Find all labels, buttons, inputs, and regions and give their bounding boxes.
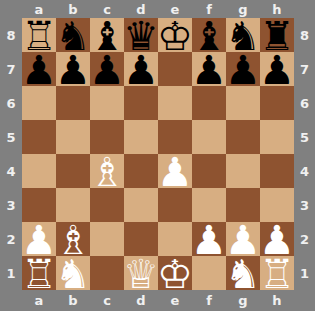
white-queen-d1[interactable]: ♕ <box>123 254 159 294</box>
square-d1[interactable]: ♕ <box>124 256 158 290</box>
rank-label-2: 2 <box>294 222 315 256</box>
rank-label-1: 1 <box>294 256 315 290</box>
square-d5[interactable] <box>124 120 158 154</box>
rank-label-2: 2 <box>0 222 22 256</box>
white-pawn-e4[interactable]: ♟ <box>157 152 193 192</box>
square-f5[interactable] <box>192 120 226 154</box>
black-pawn-b7[interactable]: ♟ <box>55 50 91 90</box>
square-e1[interactable]: ♔ <box>158 256 192 290</box>
rank-label-4: 4 <box>0 154 22 188</box>
rank-label-5: 5 <box>294 120 315 154</box>
black-king-e8[interactable]: ♔ <box>157 16 193 56</box>
square-c7[interactable]: ♟ <box>90 52 124 86</box>
square-g7[interactable]: ♟ <box>226 52 260 86</box>
square-e4[interactable]: ♟ <box>158 154 192 188</box>
square-c1[interactable] <box>90 256 124 290</box>
file-label-d: d <box>124 290 158 311</box>
black-pawn-f7[interactable]: ♟ <box>191 50 227 90</box>
chess-board-frame: abcdefgh 87654321 ♖♞♝♛♔♝♞♜♟♟♟♟♟♟♟♗♟♟♗♟♟♟… <box>0 0 315 311</box>
square-b5[interactable] <box>56 120 90 154</box>
rank-label-7: 7 <box>294 52 315 86</box>
rank-labels-right: 87654321 <box>294 18 315 290</box>
square-h1[interactable]: ♖ <box>260 256 294 290</box>
square-c2[interactable] <box>90 222 124 256</box>
square-a7[interactable]: ♟ <box>22 52 56 86</box>
square-a1[interactable]: ♖ <box>22 256 56 290</box>
square-e6[interactable] <box>158 86 192 120</box>
rank-label-8: 8 <box>294 18 315 52</box>
square-d3[interactable] <box>124 188 158 222</box>
square-f2[interactable]: ♟ <box>192 222 226 256</box>
white-rook-h1[interactable]: ♖ <box>259 254 295 294</box>
rank-label-3: 3 <box>294 188 315 222</box>
rank-label-6: 6 <box>294 86 315 120</box>
white-knight-g1[interactable]: ♞ <box>225 254 261 294</box>
square-b1[interactable]: ♞ <box>56 256 90 290</box>
square-e8[interactable]: ♔ <box>158 18 192 52</box>
rank-label-3: 3 <box>0 188 22 222</box>
rank-label-1: 1 <box>0 256 22 290</box>
square-c4[interactable]: ♗ <box>90 154 124 188</box>
rank-label-4: 4 <box>294 154 315 188</box>
black-pawn-a7[interactable]: ♟ <box>21 50 57 90</box>
file-label-a: a <box>22 290 56 311</box>
square-b7[interactable]: ♟ <box>56 52 90 86</box>
chess-board: ♖♞♝♛♔♝♞♜♟♟♟♟♟♟♟♗♟♟♗♟♟♟♖♞♕♔♞♖ <box>22 18 294 290</box>
square-h5[interactable] <box>260 120 294 154</box>
rank-labels-left: 87654321 <box>0 18 22 290</box>
square-g5[interactable] <box>226 120 260 154</box>
file-label-b: b <box>56 290 90 311</box>
white-rook-a1[interactable]: ♖ <box>21 254 57 294</box>
black-pawn-h7[interactable]: ♟ <box>259 50 295 90</box>
file-label-e: e <box>158 290 192 311</box>
square-b4[interactable] <box>56 154 90 188</box>
square-h4[interactable] <box>260 154 294 188</box>
rank-label-7: 7 <box>0 52 22 86</box>
square-f4[interactable] <box>192 154 226 188</box>
square-f7[interactable]: ♟ <box>192 52 226 86</box>
file-label-h: h <box>260 290 294 311</box>
square-g1[interactable]: ♞ <box>226 256 260 290</box>
square-g4[interactable] <box>226 154 260 188</box>
square-a5[interactable] <box>22 120 56 154</box>
square-a4[interactable] <box>22 154 56 188</box>
black-pawn-c7[interactable]: ♟ <box>89 50 125 90</box>
square-d7[interactable]: ♟ <box>124 52 158 86</box>
rank-label-5: 5 <box>0 120 22 154</box>
file-labels-bottom: abcdefgh <box>22 290 294 311</box>
rank-label-6: 6 <box>0 86 22 120</box>
square-h7[interactable]: ♟ <box>260 52 294 86</box>
white-pawn-f2[interactable]: ♟ <box>191 220 227 260</box>
white-king-e1[interactable]: ♔ <box>157 254 193 294</box>
file-label-c: c <box>90 290 124 311</box>
black-pawn-g7[interactable]: ♟ <box>225 50 261 90</box>
white-knight-b1[interactable]: ♞ <box>55 254 91 294</box>
square-d4[interactable] <box>124 154 158 188</box>
file-label-g: g <box>226 290 260 311</box>
black-pawn-d7[interactable]: ♟ <box>123 50 159 90</box>
rank-label-8: 8 <box>0 18 22 52</box>
file-label-f: f <box>192 290 226 311</box>
white-bishop-c4[interactable]: ♗ <box>89 152 125 192</box>
